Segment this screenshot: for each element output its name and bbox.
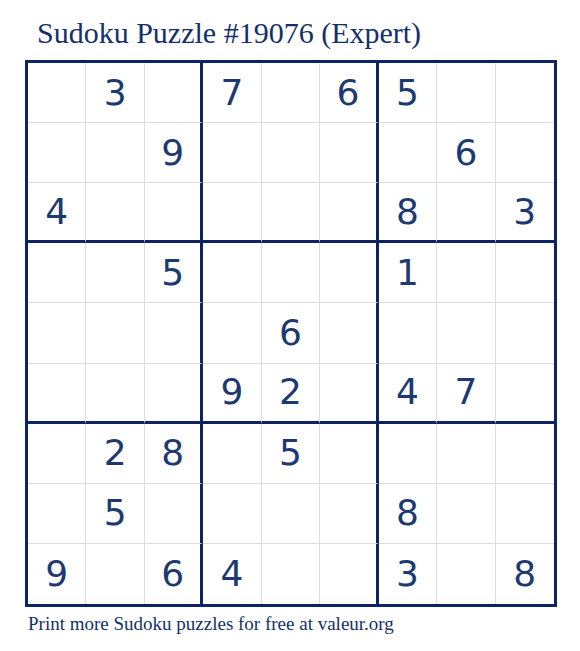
sudoku-cell-r4c2 xyxy=(86,243,144,303)
sudoku-cell-r9c1: 9 xyxy=(28,544,86,604)
sudoku-board: 37659648351692472855896438 xyxy=(25,60,557,607)
sudoku-cell-r5c1 xyxy=(28,303,86,363)
cell-digit: 6 xyxy=(336,75,359,111)
cell-digit: 5 xyxy=(104,495,127,531)
sudoku-cell-r1c4: 7 xyxy=(203,63,261,123)
sudoku-cell-r1c7: 5 xyxy=(379,63,437,123)
sudoku-cell-r7c7 xyxy=(379,424,437,484)
sudoku-cell-r4c9 xyxy=(496,243,554,303)
cell-digit: 8 xyxy=(396,495,419,531)
sudoku-cell-r8c7: 8 xyxy=(379,484,437,544)
sudoku-cell-r2c7 xyxy=(379,123,437,183)
sudoku-cell-r2c8: 6 xyxy=(437,123,495,183)
sudoku-cell-r9c6 xyxy=(320,544,378,604)
sudoku-cell-r9c9: 8 xyxy=(496,544,554,604)
sudoku-cell-r2c2 xyxy=(86,123,144,183)
page-title: Sudoku Puzzle #19076 (Expert) xyxy=(37,16,421,49)
sudoku-cell-r5c5: 6 xyxy=(262,303,320,363)
cell-digit: 9 xyxy=(45,556,68,592)
sudoku-cell-r7c1 xyxy=(28,424,86,484)
cell-digit: 2 xyxy=(279,374,302,410)
cell-digit: 5 xyxy=(279,435,302,471)
sudoku-cell-r4c3: 5 xyxy=(145,243,203,303)
sudoku-cell-r4c6 xyxy=(320,243,378,303)
sudoku-cell-r3c3 xyxy=(145,183,203,243)
sudoku-cell-r7c2: 2 xyxy=(86,424,144,484)
footer-text: Print more Sudoku puzzles for free at va… xyxy=(28,613,394,635)
sudoku-cell-r3c4 xyxy=(203,183,261,243)
sudoku-cell-r7c6 xyxy=(320,424,378,484)
sudoku-cell-r5c4 xyxy=(203,303,261,363)
cell-digit: 7 xyxy=(454,374,477,410)
sudoku-cell-r1c9 xyxy=(496,63,554,123)
sudoku-cell-r3c8 xyxy=(437,183,495,243)
sudoku-cell-r3c7: 8 xyxy=(379,183,437,243)
sudoku-cell-r7c5: 5 xyxy=(262,424,320,484)
sudoku-cell-r9c3: 6 xyxy=(145,544,203,604)
sudoku-cell-r2c6 xyxy=(320,123,378,183)
sudoku-cell-r9c5 xyxy=(262,544,320,604)
sudoku-cell-r8c2: 5 xyxy=(86,484,144,544)
cell-digit: 6 xyxy=(454,135,477,171)
sudoku-cell-r4c1 xyxy=(28,243,86,303)
sudoku-cell-r7c8 xyxy=(437,424,495,484)
sudoku-cell-r4c5 xyxy=(262,243,320,303)
cell-digit: 9 xyxy=(221,374,244,410)
cell-digit: 5 xyxy=(161,255,184,291)
cell-digit: 6 xyxy=(279,315,302,351)
cell-digit: 9 xyxy=(161,135,184,171)
sudoku-cell-r8c9 xyxy=(496,484,554,544)
sudoku-cell-r1c6: 6 xyxy=(320,63,378,123)
sudoku-cell-r2c9 xyxy=(496,123,554,183)
sudoku-cell-r6c1 xyxy=(28,364,86,424)
cell-digit: 4 xyxy=(396,374,419,410)
sudoku-cell-r9c7: 3 xyxy=(379,544,437,604)
sudoku-cell-r7c4 xyxy=(203,424,261,484)
cell-digit: 5 xyxy=(396,75,419,111)
sudoku-cell-r6c9 xyxy=(496,364,554,424)
cell-digit: 6 xyxy=(161,556,184,592)
sudoku-cell-r8c4 xyxy=(203,484,261,544)
sudoku-cell-r6c2 xyxy=(86,364,144,424)
sudoku-cell-r5c3 xyxy=(145,303,203,363)
sudoku-cell-r6c4: 9 xyxy=(203,364,261,424)
sudoku-cell-r6c6 xyxy=(320,364,378,424)
sudoku-cell-r6c8: 7 xyxy=(437,364,495,424)
sudoku-cell-r2c1 xyxy=(28,123,86,183)
sudoku-cell-r7c9 xyxy=(496,424,554,484)
cell-digit: 7 xyxy=(221,75,244,111)
sudoku-cell-r4c8 xyxy=(437,243,495,303)
cell-digit: 3 xyxy=(396,556,419,592)
sudoku-cell-r3c9: 3 xyxy=(496,183,554,243)
sudoku-cell-r6c3 xyxy=(145,364,203,424)
sudoku-cell-r1c2: 3 xyxy=(86,63,144,123)
sudoku-cell-r2c4 xyxy=(203,123,261,183)
cell-digit: 8 xyxy=(396,194,419,230)
cell-digit: 1 xyxy=(396,255,419,291)
sudoku-cell-r1c1 xyxy=(28,63,86,123)
sudoku-cell-r6c7: 4 xyxy=(379,364,437,424)
cell-digit: 2 xyxy=(104,435,127,471)
sudoku-cell-r6c5: 2 xyxy=(262,364,320,424)
cell-digit: 8 xyxy=(161,435,184,471)
sudoku-cell-r1c8 xyxy=(437,63,495,123)
sudoku-cell-r8c8 xyxy=(437,484,495,544)
sudoku-cell-r5c9 xyxy=(496,303,554,363)
sudoku-cell-r5c2 xyxy=(86,303,144,363)
cell-digit: 4 xyxy=(45,194,68,230)
sudoku-cell-r5c7 xyxy=(379,303,437,363)
cell-digit: 8 xyxy=(513,556,536,592)
sudoku-cell-r8c5 xyxy=(262,484,320,544)
cell-digit: 3 xyxy=(513,194,536,230)
sudoku-cell-r8c3 xyxy=(145,484,203,544)
sudoku-cell-r3c6 xyxy=(320,183,378,243)
sudoku-cell-r1c5 xyxy=(262,63,320,123)
sudoku-cell-r5c8 xyxy=(437,303,495,363)
sudoku-cell-r4c4 xyxy=(203,243,261,303)
sudoku-cell-r3c2 xyxy=(86,183,144,243)
sudoku-cell-r9c8 xyxy=(437,544,495,604)
sudoku-cell-r5c6 xyxy=(320,303,378,363)
sudoku-cell-r8c6 xyxy=(320,484,378,544)
sudoku-cell-r3c1: 4 xyxy=(28,183,86,243)
cell-digit: 4 xyxy=(221,556,244,592)
sudoku-cell-r7c3: 8 xyxy=(145,424,203,484)
sudoku-cell-r2c3: 9 xyxy=(145,123,203,183)
sudoku-cell-r2c5 xyxy=(262,123,320,183)
sudoku-cell-r9c4: 4 xyxy=(203,544,261,604)
sudoku-cell-r1c3 xyxy=(145,63,203,123)
sudoku-cell-r9c2 xyxy=(86,544,144,604)
sudoku-cell-r3c5 xyxy=(262,183,320,243)
sudoku-cell-r4c7: 1 xyxy=(379,243,437,303)
sudoku-cell-r8c1 xyxy=(28,484,86,544)
cell-digit: 3 xyxy=(104,75,127,111)
